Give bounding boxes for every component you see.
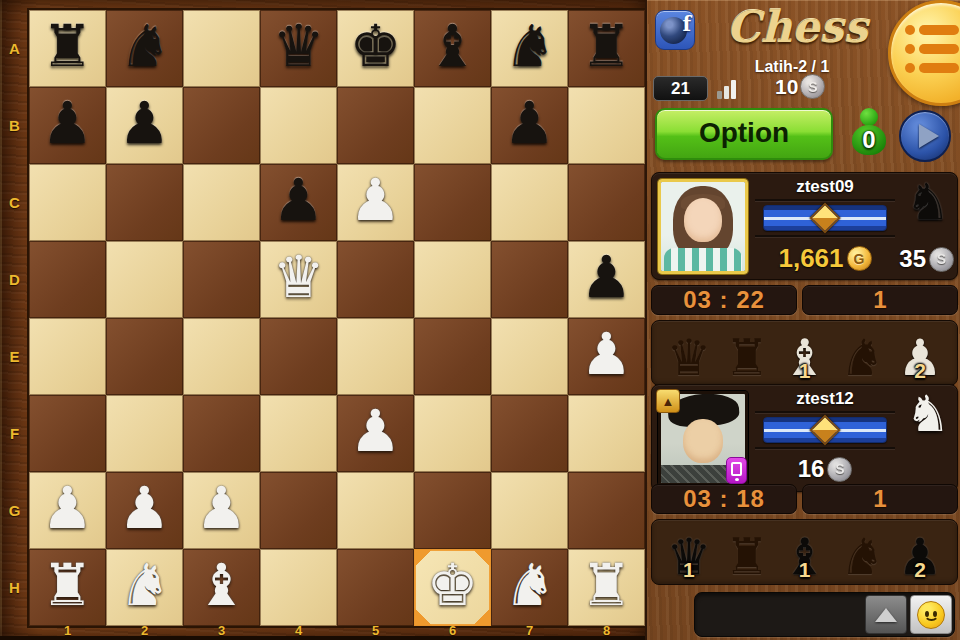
signal-bars-icon — [717, 79, 741, 99]
rank-up-badge-icon: ▲ — [656, 389, 680, 413]
piece-white-rook: ♜ — [42, 556, 94, 614]
square-H1[interactable]: ♜ — [29, 549, 106, 626]
emoji-button[interactable] — [910, 595, 952, 634]
black-knight-icon: ♞ — [900, 177, 956, 227]
square-G4[interactable] — [260, 472, 337, 549]
facebook-letter: f — [682, 12, 691, 36]
slot-black-rook: ♜ — [724, 532, 769, 582]
square-F5[interactable]: ♟ — [337, 395, 414, 472]
score-ztest09: 1 — [802, 285, 958, 315]
square-G2[interactable]: ♟ — [106, 472, 183, 549]
clock-ztest09: 03 : 22 — [651, 285, 797, 315]
rank-label-B: B — [0, 87, 29, 164]
square-D3[interactable] — [183, 241, 260, 318]
score-ztest12: 1 — [802, 484, 958, 514]
square-E7[interactable] — [491, 318, 568, 395]
square-C8[interactable] — [568, 164, 645, 241]
avatar-ztest09[interactable] — [658, 179, 748, 274]
silver-balance: 16 S — [798, 455, 853, 483]
piece-white-bishop: ♝ — [196, 556, 248, 614]
square-H7[interactable]: ♞ — [491, 549, 568, 626]
silver-coin-icon: S — [827, 457, 852, 482]
slot-white-queen: ♛ — [666, 333, 711, 383]
silver-amount: 16 — [798, 455, 825, 483]
piece-black-bishop: ♝ — [427, 17, 479, 75]
rating-diamond-icon — [809, 414, 840, 445]
square-A1[interactable]: ♜ — [29, 10, 106, 87]
silver-coin-icon: S — [800, 74, 825, 99]
gold-coin-icon: G — [847, 246, 872, 271]
captured-count: 1 — [782, 559, 827, 580]
rank-labels: ABCDEFGH — [0, 10, 29, 626]
square-C2[interactable] — [106, 164, 183, 241]
captured-black-queen: ♛1 — [666, 532, 711, 582]
square-A2[interactable]: ♞ — [106, 10, 183, 87]
piece-white-queen: ♛ — [273, 248, 325, 306]
captured-white-bishop: ♝1 — [782, 333, 827, 383]
piece-white-rook: ♜ — [581, 556, 633, 614]
square-B4[interactable] — [260, 87, 337, 164]
chat-bar — [694, 592, 955, 637]
square-H4[interactable] — [260, 549, 337, 626]
captured-black-bishop: ♝1 — [782, 532, 827, 582]
square-E4[interactable] — [260, 318, 337, 395]
slot-white-rook: ♜ — [724, 333, 769, 383]
play-button[interactable] — [899, 110, 951, 162]
piece-white-pawn: ♟ — [196, 479, 248, 537]
rank-label-E: E — [0, 318, 29, 395]
square-B2[interactable]: ♟ — [106, 87, 183, 164]
player-name: ztest12 — [796, 389, 854, 409]
piece-black-pawn: ♟ — [581, 248, 633, 306]
player-card-top: ztest09 1,661 G ♞ 35 S — [651, 172, 958, 280]
square-D7[interactable] — [491, 241, 568, 318]
mobile-device-icon — [726, 457, 747, 484]
square-C3[interactable] — [183, 164, 260, 241]
menu-button[interactable] — [888, 0, 960, 106]
app-title: Chess — [707, 2, 887, 52]
silver-coin-icon: S — [929, 247, 954, 272]
piece-black-pawn: ♟ — [119, 94, 171, 152]
rank-label-H: H — [0, 549, 29, 626]
rating-diamond-icon — [809, 202, 840, 233]
rating-bar — [763, 417, 887, 443]
square-B8[interactable] — [568, 87, 645, 164]
rank-label-F: F — [0, 395, 29, 472]
piece-white-king: ♚ — [427, 556, 479, 614]
captured-count: 1 — [782, 360, 827, 381]
silver-balance: 35 S — [899, 245, 954, 273]
square-C6[interactable] — [414, 164, 491, 241]
square-D2[interactable] — [106, 241, 183, 318]
square-F6[interactable] — [414, 395, 491, 472]
person-icon — [860, 108, 878, 126]
chat-input[interactable] — [697, 595, 862, 634]
square-A3[interactable] — [183, 10, 260, 87]
square-E1[interactable] — [29, 318, 106, 395]
square-F4[interactable] — [260, 395, 337, 472]
up-triangle-icon — [875, 608, 897, 622]
square-H6[interactable]: ♚ — [414, 549, 491, 626]
play-icon — [919, 124, 939, 148]
square-F7[interactable] — [491, 395, 568, 472]
square-G3[interactable]: ♟ — [183, 472, 260, 549]
captured-count: 1 — [666, 559, 711, 580]
square-D5[interactable] — [337, 241, 414, 318]
square-A6[interactable]: ♝ — [414, 10, 491, 87]
square-H5[interactable] — [337, 549, 414, 626]
facebook-icon[interactable]: f — [655, 10, 695, 50]
slot-black-knight: ♞ — [840, 532, 885, 582]
piece-black-pawn: ♟ — [273, 171, 325, 229]
white-knight-icon: ♞ — [900, 389, 956, 439]
piece-white-knight: ♞ — [119, 556, 171, 614]
piece-white-pawn: ♟ — [350, 402, 402, 460]
gold-amount: 1,661 — [778, 243, 843, 274]
square-G6[interactable] — [414, 472, 491, 549]
piece-black-pawn: ♟ — [504, 94, 556, 152]
piece-black-queen: ♛ — [273, 17, 325, 75]
board-bottom-edge — [0, 636, 645, 640]
captured-tray-bottom: ♛1♜♝1♞♟2 — [651, 519, 958, 585]
rating-bar — [763, 205, 887, 231]
chess-board: ♜♞♛♚♝♞♜♟♟♟♟♟♛♟♟♟♟♟♟♜♞♝♚♞♜ — [29, 10, 645, 626]
piece-black-rook: ♜ — [581, 17, 633, 75]
slot-white-knight: ♞ — [840, 333, 885, 383]
square-A8[interactable]: ♜ — [568, 10, 645, 87]
chat-collapse-button[interactable] — [865, 595, 907, 634]
square-B3[interactable] — [183, 87, 260, 164]
square-F1[interactable] — [29, 395, 106, 472]
square-A7[interactable]: ♞ — [491, 10, 568, 87]
square-E2[interactable] — [106, 318, 183, 395]
piece-black-king: ♚ — [350, 17, 402, 75]
piece-black-pawn: ♟ — [42, 94, 94, 152]
square-E8[interactable]: ♟ — [568, 318, 645, 395]
square-C5[interactable]: ♟ — [337, 164, 414, 241]
square-H2[interactable]: ♞ — [106, 549, 183, 626]
square-B6[interactable] — [414, 87, 491, 164]
option-button[interactable]: Option — [655, 108, 833, 160]
square-F8[interactable] — [568, 395, 645, 472]
square-E3[interactable] — [183, 318, 260, 395]
silver-amount: 10 — [775, 75, 798, 99]
piece-white-pawn: ♟ — [350, 171, 402, 229]
rank-label-C: C — [0, 164, 29, 241]
header-silver-balance: 10 S — [775, 74, 825, 99]
chess-app: ABCDEFGH ♜♞♛♚♝♞♜♟♟♟♟♟♛♟♟♟♟♟♟♜♞♝♚♞♜ 12345… — [0, 0, 960, 640]
viewers-indicator[interactable]: 0 — [849, 108, 889, 162]
square-D4[interactable]: ♛ — [260, 241, 337, 318]
captured-count: 2 — [898, 360, 943, 381]
rank-label-A: A — [0, 10, 29, 87]
piece-white-knight: ♞ — [504, 556, 556, 614]
piece-black-knight: ♞ — [119, 17, 171, 75]
square-D8[interactable]: ♟ — [568, 241, 645, 318]
square-D6[interactable] — [414, 241, 491, 318]
rank-label-G: G — [0, 472, 29, 549]
piece-black-rook: ♜ — [42, 17, 94, 75]
rank-label-D: D — [0, 241, 29, 318]
square-A5[interactable]: ♚ — [337, 10, 414, 87]
piece-black-knight: ♞ — [504, 17, 556, 75]
gold-balance: 1,661 G — [778, 243, 871, 274]
level-badge: 21 — [653, 76, 708, 101]
square-D1[interactable] — [29, 241, 106, 318]
avatar-photo — [661, 182, 745, 271]
player-card-bottom: ▲ ztest12 16 S ♞ — [651, 384, 958, 492]
captured-white-pawn: ♟2 — [898, 333, 943, 383]
square-G5[interactable] — [337, 472, 414, 549]
silver-amount: 35 — [899, 245, 926, 273]
square-F2[interactable] — [106, 395, 183, 472]
square-G7[interactable] — [491, 472, 568, 549]
smiley-icon — [917, 601, 945, 629]
piece-white-pawn: ♟ — [119, 479, 171, 537]
captured-black-pawn: ♟2 — [898, 532, 943, 582]
square-G8[interactable] — [568, 472, 645, 549]
player-name: ztest09 — [796, 177, 854, 197]
clock-row-top: 03 : 22 1 — [651, 285, 958, 315]
side-panel: f Chess Latih-2 / 1 21 10 S Option 0 — [645, 0, 960, 640]
square-F3[interactable] — [183, 395, 260, 472]
square-E6[interactable] — [414, 318, 491, 395]
piece-white-pawn: ♟ — [581, 325, 633, 383]
square-G1[interactable]: ♟ — [29, 472, 106, 549]
square-A4[interactable]: ♛ — [260, 10, 337, 87]
clock-ztest12: 03 : 18 — [651, 484, 797, 514]
square-C4[interactable]: ♟ — [260, 164, 337, 241]
square-H8[interactable]: ♜ — [568, 549, 645, 626]
board-frame: ABCDEFGH ♜♞♛♚♝♞♜♟♟♟♟♟♛♟♟♟♟♟♟♜♞♝♚♞♜ 12345… — [0, 0, 645, 640]
piece-white-pawn: ♟ — [42, 479, 94, 537]
captured-tray-top: ♛♜♝1♞♟2 — [651, 320, 958, 386]
square-B1[interactable]: ♟ — [29, 87, 106, 164]
captured-count: 2 — [898, 559, 943, 580]
square-H3[interactable]: ♝ — [183, 549, 260, 626]
clock-row-bottom: 03 : 18 1 — [651, 484, 958, 514]
square-C7[interactable] — [491, 164, 568, 241]
viewers-count: 0 — [849, 126, 889, 154]
square-B5[interactable] — [337, 87, 414, 164]
square-E5[interactable] — [337, 318, 414, 395]
square-C1[interactable] — [29, 164, 106, 241]
square-B7[interactable]: ♟ — [491, 87, 568, 164]
